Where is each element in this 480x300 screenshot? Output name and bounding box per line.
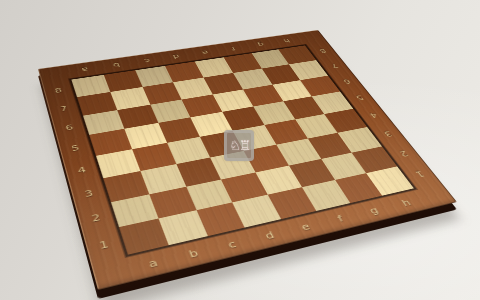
- watermark-chess-pieces-icon: ♘♖: [229, 138, 248, 153]
- photo-background: abcdefgh abcdefgh 87654321 87654321 ♘♖: [0, 0, 480, 300]
- logo-watermark: ♘♖: [224, 130, 254, 161]
